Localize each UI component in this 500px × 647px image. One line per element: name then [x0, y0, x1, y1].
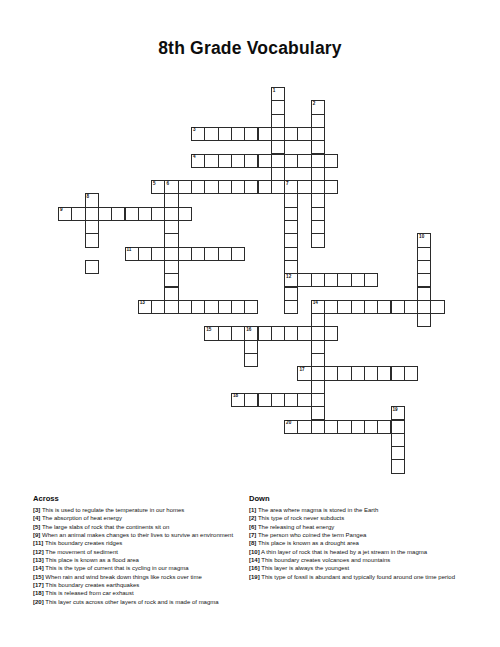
cell-number-19: 19 [393, 408, 398, 413]
clue-number: [14] [33, 565, 44, 571]
grid-cell-r16c6[interactable]: 13 [138, 300, 152, 314]
grid-cell-r5c15[interactable] [258, 154, 272, 168]
grid-cell-r21c18[interactable]: 17 [297, 366, 311, 380]
grid-cell-r8c17[interactable] [284, 193, 298, 207]
clue-number: [14] [249, 557, 260, 563]
clue-number: [5] [33, 524, 40, 530]
clue-across-18: [18] This is released from car exhaust [33, 589, 245, 597]
down-header: Down [249, 494, 477, 503]
across-clues-section: Across [3] This is used to regulate the … [33, 494, 245, 606]
clue-down-1: [1] The area where magma is stored in th… [249, 506, 477, 514]
grid-cell-r9c0[interactable]: 9 [58, 207, 72, 221]
clue-number: [4] [33, 515, 40, 521]
grid-cell-r7c7[interactable]: 5 [151, 180, 165, 194]
grid-cell-r7c19[interactable] [311, 180, 325, 194]
grid-cell-r18c14[interactable]: 16 [244, 326, 258, 340]
grid-cell-r19c19[interactable] [311, 340, 325, 354]
grid-cell-r14c8[interactable] [164, 273, 178, 287]
grid-cell-r18c13[interactable] [231, 326, 245, 340]
grid-cell-r16c20[interactable] [324, 300, 338, 314]
grid-cell-r7c17[interactable]: 7 [284, 180, 298, 194]
cell-number-15: 15 [206, 328, 211, 333]
clue-number: [17] [33, 582, 44, 588]
grid-cell-r21c25[interactable] [391, 366, 405, 380]
grid-cell-r4c19[interactable] [311, 140, 325, 154]
cell-number-1: 1 [273, 89, 276, 94]
grid-cell-r3c15[interactable] [258, 127, 272, 141]
grid-cell-r16c8[interactable] [164, 300, 178, 314]
grid-cell-r10c2[interactable] [85, 220, 99, 234]
grid-cell-r9c3[interactable] [98, 207, 112, 221]
across-header: Across [33, 494, 245, 503]
grid-cell-r12c8[interactable] [164, 247, 178, 261]
clue-number: [19] [249, 574, 260, 580]
grid-cell-r21c22[interactable] [351, 366, 365, 380]
grid-cell-r5c12[interactable] [218, 154, 232, 168]
grid-cell-r19c14[interactable] [244, 340, 258, 354]
cell-number-18: 18 [233, 394, 238, 399]
grid-cell-r25c22[interactable] [351, 420, 365, 434]
grid-cell-r21c26[interactable] [404, 366, 418, 380]
grid-cell-r5c20[interactable] [324, 154, 338, 168]
grid-cell-r16c9[interactable] [178, 300, 192, 314]
grid-cell-r25c20[interactable] [324, 420, 338, 434]
grid-cell-r18c11[interactable]: 15 [204, 326, 218, 340]
grid-cell-r12c27[interactable] [417, 247, 431, 261]
cell-number-9: 9 [60, 208, 63, 213]
grid-cell-r15c8[interactable] [164, 287, 178, 301]
grid-cell-r12c6[interactable] [138, 247, 152, 261]
grid-cell-r11c19[interactable] [311, 233, 325, 247]
grid-cell-r16c25[interactable] [391, 300, 405, 314]
grid-cell-r16c11[interactable] [204, 300, 218, 314]
grid-cell-r1c16[interactable] [271, 100, 285, 114]
grid-cell-r18c15[interactable] [258, 326, 272, 340]
grid-cell-r14c21[interactable] [337, 273, 351, 287]
clue-across-13: [13] This place is known as a flood area [33, 556, 245, 564]
grid-cell-r5c14[interactable] [244, 154, 258, 168]
clue-number: [18] [33, 590, 44, 596]
grid-cell-r23c15[interactable] [258, 393, 272, 407]
grid-cell-r14c22[interactable] [351, 273, 365, 287]
grid-cell-r3c17[interactable] [284, 127, 298, 141]
grid-cell-r23c14[interactable] [244, 393, 258, 407]
clue-down-10: [10] A thin layer of rock that is heated… [249, 548, 477, 556]
grid-cell-r9c2[interactable] [85, 207, 99, 221]
grid-cell-r7c12[interactable] [218, 180, 232, 194]
grid-cell-r3c14[interactable] [244, 127, 258, 141]
cell-number-12: 12 [286, 275, 291, 280]
grid-cell-r25c25[interactable] [391, 420, 405, 434]
cell-number-7: 7 [286, 182, 289, 187]
grid-cell-r3c18[interactable] [297, 127, 311, 141]
grid-cell-r9c6[interactable] [138, 207, 152, 221]
grid-cell-r16c26[interactable] [404, 300, 418, 314]
grid-cell-r12c11[interactable] [204, 247, 218, 261]
grid-cell-r6c16[interactable] [271, 167, 285, 181]
grid-cell-r25c19[interactable] [311, 420, 325, 434]
grid-cell-r14c19[interactable] [311, 273, 325, 287]
grid-cell-r23c19[interactable] [311, 393, 325, 407]
grid-cell-r13c8[interactable] [164, 260, 178, 274]
grid-cell-r5c19[interactable] [311, 154, 325, 168]
grid-cell-r12c13[interactable] [231, 247, 245, 261]
grid-cell-r12c17[interactable] [284, 247, 298, 261]
clue-number: [12] [33, 549, 44, 555]
clue-across-9: [9] When an animal makes changes to thei… [33, 531, 245, 539]
clue-number: [3] [33, 507, 40, 513]
grid-cell-r16c7[interactable] [151, 300, 165, 314]
cell-number-13: 13 [140, 301, 145, 306]
grid-cell-r7c20[interactable] [324, 180, 338, 194]
grid-cell-r16c28[interactable] [430, 300, 444, 314]
grid-cell-r16c17[interactable] [284, 300, 298, 314]
grid-cell-r21c21[interactable] [337, 366, 351, 380]
clue-number: [10] [249, 549, 260, 555]
grid-cell-r16c10[interactable] [191, 300, 205, 314]
cell-number-2: 2 [313, 102, 316, 107]
grid-cell-r16c23[interactable] [364, 300, 378, 314]
clue-across-4: [4] The absorption of heat energy [33, 514, 245, 522]
clue-down-14: [14] This boundary creates volcanoes and… [249, 556, 477, 564]
grid-cell-r5c11[interactable] [204, 154, 218, 168]
cell-number-5: 5 [153, 182, 156, 187]
grid-cell-r24c25[interactable]: 19 [391, 406, 405, 420]
grid-cell-r7c9[interactable] [178, 180, 192, 194]
grid-cell-r15c27[interactable] [417, 287, 431, 301]
grid-cell-r14c23[interactable] [364, 273, 378, 287]
clue-across-3: [3] This is used to regulate the tempera… [33, 506, 245, 514]
grid-cell-r27c25[interactable] [391, 446, 405, 460]
clue-down-16: [16] This layer is always the youngest [249, 564, 477, 572]
grid-cell-r11c2[interactable] [85, 233, 99, 247]
cell-number-16: 16 [246, 328, 251, 333]
grid-cell-r23c18[interactable] [297, 393, 311, 407]
grid-cell-r18c17[interactable] [284, 326, 298, 340]
grid-cell-r18c19[interactable] [311, 326, 325, 340]
grid-cell-r12c5[interactable]: 11 [125, 247, 139, 261]
grid-cell-r11c17[interactable] [284, 233, 298, 247]
clue-number: [2] [249, 515, 256, 521]
grid-cell-r3c19[interactable] [311, 127, 325, 141]
grid-cell-r16c24[interactable] [377, 300, 391, 314]
grid-cell-r16c14[interactable] [244, 300, 258, 314]
grid-cell-r7c11[interactable] [204, 180, 218, 194]
cell-number-20: 20 [286, 421, 291, 426]
grid-cell-r23c13[interactable]: 18 [231, 393, 245, 407]
grid-cell-r3c16[interactable] [271, 127, 285, 141]
grid-cell-r9c9[interactable] [178, 207, 192, 221]
grid-cell-r14c27[interactable] [417, 273, 431, 287]
grid-cell-r7c10[interactable] [191, 180, 205, 194]
grid-cell-r11c8[interactable] [164, 233, 178, 247]
clue-number: [8] [249, 540, 256, 546]
grid-cell-r5c10[interactable]: 4 [191, 154, 205, 168]
crossword-grid: 1234567891011121314151617181920 [58, 87, 446, 475]
cell-number-14: 14 [313, 301, 318, 306]
clue-across-17: [17] This boundary creates earthquakes [33, 581, 245, 589]
grid-cell-r4c16[interactable] [271, 140, 285, 154]
clue-number: [13] [33, 557, 44, 563]
cell-number-4: 4 [193, 155, 196, 160]
grid-cell-r2c19[interactable] [311, 114, 325, 128]
grid-cell-r7c8[interactable]: 6 [164, 180, 178, 194]
grid-cell-r28c25[interactable] [391, 459, 405, 473]
clue-down-2: [2] This type of rock never subducts [249, 514, 477, 522]
grid-cell-r14c18[interactable] [297, 273, 311, 287]
grid-cell-r9c19[interactable] [311, 207, 325, 221]
grid-cell-r21c19[interactable] [311, 366, 325, 380]
grid-cell-r25c24[interactable] [377, 420, 391, 434]
grid-cell-r16c13[interactable] [231, 300, 245, 314]
grid-cell-r1c19[interactable]: 2 [311, 100, 325, 114]
grid-cell-r12c9[interactable] [178, 247, 192, 261]
grid-cell-r13c17[interactable] [284, 260, 298, 274]
grid-cell-r3c13[interactable] [231, 127, 245, 141]
clue-across-14: [14] This is the type of current that is… [33, 564, 245, 572]
grid-cell-r8c2[interactable]: 8 [85, 193, 99, 207]
grid-cell-r5c17[interactable] [284, 154, 298, 168]
grid-cell-r7c16[interactable] [271, 180, 285, 194]
grid-cell-r16c22[interactable] [351, 300, 365, 314]
grid-cell-r25c17[interactable]: 20 [284, 420, 298, 434]
grid-cell-r6c19[interactable] [311, 167, 325, 181]
grid-cell-r0c16[interactable]: 1 [271, 87, 285, 101]
grid-cell-r21c23[interactable] [364, 366, 378, 380]
cell-number-8: 8 [87, 195, 90, 200]
clue-number: [16] [249, 565, 260, 571]
grid-cell-r9c5[interactable] [125, 207, 139, 221]
clue-down-8: [8] This place is known as a drought are… [249, 539, 477, 547]
cell-number-10: 10 [419, 235, 424, 240]
grid-cell-r3c10[interactable]: 3 [191, 127, 205, 141]
grid-cell-r3c12[interactable] [218, 127, 232, 141]
grid-cell-r14c17[interactable]: 12 [284, 273, 298, 287]
clue-down-19: [19] This type of fossil is abundant and… [249, 573, 477, 581]
clue-across-15: [15] When rain and wind break down thing… [33, 573, 245, 581]
cell-number-17: 17 [299, 368, 304, 373]
grid-cell-r2c16[interactable] [271, 114, 285, 128]
grid-cell-r21c20[interactable] [324, 366, 338, 380]
grid-cell-r18c12[interactable] [218, 326, 232, 340]
across-clue-list: [3] This is used to regulate the tempera… [33, 506, 245, 606]
grid-cell-r20c14[interactable] [244, 353, 258, 367]
grid-cell-r23c16[interactable] [271, 393, 285, 407]
clue-number: [9] [33, 532, 40, 538]
grid-cell-r13c27[interactable] [417, 260, 431, 274]
grid-cell-r20c19[interactable] [311, 353, 325, 367]
grid-cell-r5c13[interactable] [231, 154, 245, 168]
grid-cell-r12c10[interactable] [191, 247, 205, 261]
clue-across-5: [5] The large slabs of rock that the con… [33, 523, 245, 531]
grid-cell-r21c24[interactable] [377, 366, 391, 380]
down-clues-section: Down [1] The area where magma is stored … [249, 494, 477, 581]
grid-cell-r9c1[interactable] [71, 207, 85, 221]
grid-cell-r7c18[interactable] [297, 180, 311, 194]
grid-cell-r5c16[interactable] [271, 154, 285, 168]
grid-cell-r25c23[interactable] [364, 420, 378, 434]
grid-cell-r17c19[interactable] [311, 313, 325, 327]
grid-cell-r15c17[interactable] [284, 287, 298, 301]
grid-cell-r25c21[interactable] [337, 420, 351, 434]
grid-cell-r9c8[interactable] [164, 207, 178, 221]
grid-cell-r9c4[interactable] [111, 207, 125, 221]
grid-cell-r12c7[interactable] [151, 247, 165, 261]
grid-cell-r17c27[interactable] [417, 313, 431, 327]
clue-across-12: [12] The movement of sediment [33, 548, 245, 556]
grid-cell-r13c2[interactable] [85, 260, 99, 274]
grid-cell-r5c18[interactable] [297, 154, 311, 168]
grid-cell-r18c16[interactable] [271, 326, 285, 340]
cell-number-3: 3 [193, 128, 196, 133]
grid-cell-r18c20[interactable] [324, 326, 338, 340]
grid-cell-r10c19[interactable] [311, 220, 325, 234]
grid-cell-r10c17[interactable] [284, 220, 298, 234]
grid-cell-r9c7[interactable] [151, 207, 165, 221]
grid-cell-r22c19[interactable] [311, 380, 325, 394]
clue-number: [15] [33, 574, 44, 580]
clue-number: [6] [249, 524, 256, 530]
grid-cell-r7c13[interactable] [231, 180, 245, 194]
grid-cell-r16c21[interactable] [337, 300, 351, 314]
grid-cell-r10c8[interactable] [164, 220, 178, 234]
clue-number: [7] [249, 532, 256, 538]
cell-number-11: 11 [127, 248, 132, 253]
grid-cell-r26c25[interactable] [391, 433, 405, 447]
clue-down-6: [6] The releasing of heat energy [249, 523, 477, 531]
page-title: 8th Grade Vocabulary [0, 38, 500, 59]
grid-cell-r12c12[interactable] [218, 247, 232, 261]
grid-cell-r14c20[interactable] [324, 273, 338, 287]
grid-cell-r25c18[interactable] [297, 420, 311, 434]
clue-number: [1] [249, 507, 256, 513]
cell-number-6: 6 [166, 182, 169, 187]
grid-cell-r23c17[interactable] [284, 393, 298, 407]
clue-across-11: [11] This boundary creates ridges [33, 539, 245, 547]
grid-cell-r8c8[interactable] [164, 193, 178, 207]
grid-cell-r16c19[interactable]: 14 [311, 300, 325, 314]
grid-cell-r16c27[interactable] [417, 300, 431, 314]
grid-cell-r3c11[interactable] [204, 127, 218, 141]
grid-cell-r16c12[interactable] [218, 300, 232, 314]
grid-cell-r18c18[interactable] [297, 326, 311, 340]
grid-cell-r9c17[interactable] [284, 207, 298, 221]
clue-across-20: [20] This layer cuts across other layers… [33, 598, 245, 606]
grid-cell-r11c27[interactable]: 10 [417, 233, 431, 247]
grid-cell-r8c19[interactable] [311, 193, 325, 207]
grid-cell-r7c14[interactable] [244, 180, 258, 194]
grid-cell-r24c19[interactable] [311, 406, 325, 420]
grid-cell-r7c15[interactable] [258, 180, 272, 194]
down-clue-list: [1] The area where magma is stored in th… [249, 506, 477, 581]
clue-down-7: [7] The person who coined the term Pange… [249, 531, 477, 539]
clue-number: [11] [33, 540, 43, 546]
clue-number: [20] [33, 599, 44, 605]
